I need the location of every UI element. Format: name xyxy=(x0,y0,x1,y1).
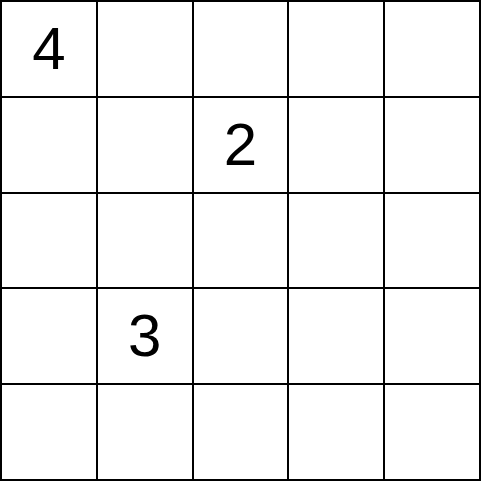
cell-r4-c2[interactable] xyxy=(194,385,288,479)
cell-r2-c1[interactable] xyxy=(98,194,192,288)
cell-r2-c0[interactable] xyxy=(2,194,96,288)
cell-r4-c3[interactable] xyxy=(289,385,383,479)
cell-r0-c0[interactable]: 4 xyxy=(2,2,96,96)
cell-r0-c4[interactable] xyxy=(385,2,479,96)
cell-r3-c3[interactable] xyxy=(289,289,383,383)
cell-r1-c1[interactable] xyxy=(98,98,192,192)
puzzle-grid: 4 2 3 xyxy=(0,0,481,481)
puzzle-board-wrapper: 4 2 3 xyxy=(0,0,481,481)
cell-r4-c4[interactable] xyxy=(385,385,479,479)
cell-r1-c2[interactable]: 2 xyxy=(194,98,288,192)
cell-r0-c3[interactable] xyxy=(289,2,383,96)
cell-r1-c3[interactable] xyxy=(289,98,383,192)
cell-r1-c0[interactable] xyxy=(2,98,96,192)
cell-r0-c1[interactable] xyxy=(98,2,192,96)
cell-r4-c1[interactable] xyxy=(98,385,192,479)
cell-r1-c4[interactable] xyxy=(385,98,479,192)
cell-r0-c2[interactable] xyxy=(194,2,288,96)
cell-r3-c2[interactable] xyxy=(194,289,288,383)
cell-r4-c0[interactable] xyxy=(2,385,96,479)
cell-r2-c4[interactable] xyxy=(385,194,479,288)
cell-r3-c1[interactable]: 3 xyxy=(98,289,192,383)
cell-r2-c3[interactable] xyxy=(289,194,383,288)
cell-r3-c0[interactable] xyxy=(2,289,96,383)
cell-r3-c4[interactable] xyxy=(385,289,479,383)
cell-r2-c2[interactable] xyxy=(194,194,288,288)
